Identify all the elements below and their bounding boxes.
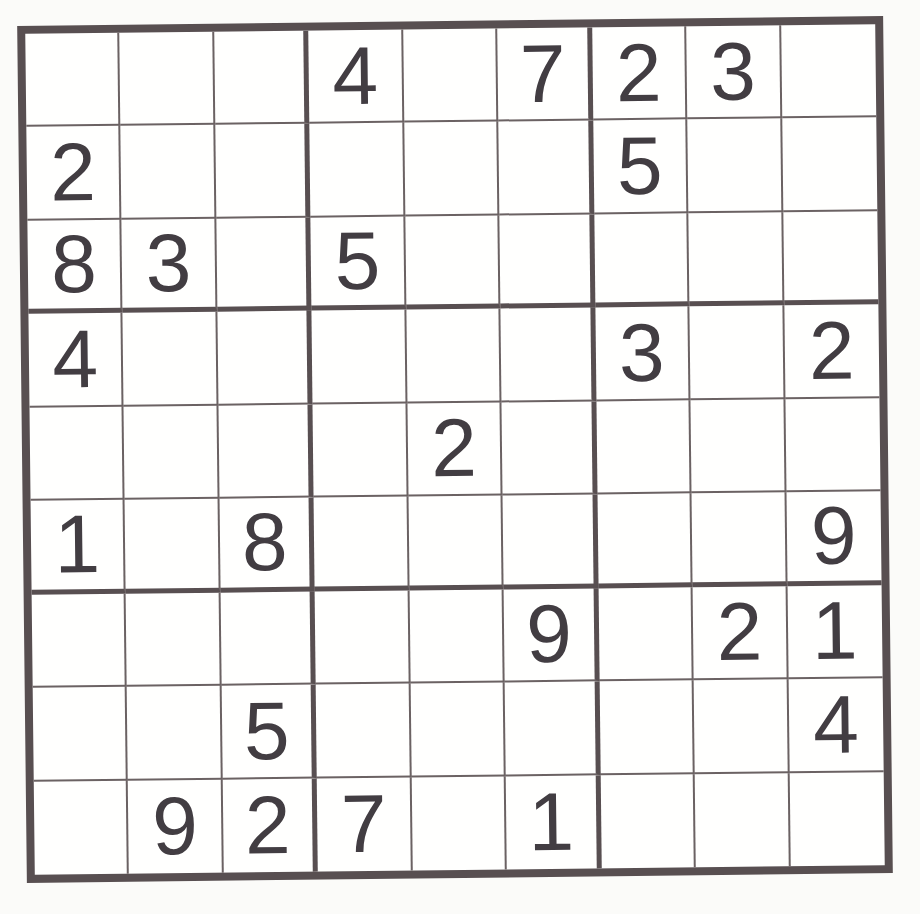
cell-r8c7[interactable]: [599, 680, 695, 775]
cell-r5c4[interactable]: [313, 403, 408, 498]
sudoku-board: 4723258354322189921549271: [17, 16, 893, 883]
cell-r3c9[interactable]: [783, 211, 878, 306]
cell-r2c9[interactable]: [782, 118, 877, 213]
cell-r5c8[interactable]: [691, 399, 786, 494]
cell-r6c9-given[interactable]: 9: [786, 491, 881, 586]
cell-r5c2[interactable]: [124, 405, 219, 500]
cell-r3c8[interactable]: [688, 212, 783, 307]
cell-r9c4-given[interactable]: 7: [317, 777, 412, 872]
cell-r1c3[interactable]: [214, 31, 310, 126]
cell-r2c1-given[interactable]: 2: [26, 126, 121, 221]
cell-r6c8[interactable]: [692, 492, 787, 587]
cell-r7c1[interactable]: [32, 593, 127, 688]
cell-r4c8[interactable]: [690, 306, 785, 401]
cell-r6c3-given[interactable]: 8: [219, 498, 315, 593]
cell-r1c2[interactable]: [120, 32, 215, 127]
cell-r9c9[interactable]: [789, 772, 884, 867]
cell-r5c3[interactable]: [218, 404, 314, 499]
cell-r1c1[interactable]: [25, 33, 120, 128]
cell-r9c3-given[interactable]: 2: [223, 778, 319, 873]
cell-r9c2-given[interactable]: 9: [128, 779, 223, 874]
cell-r7c4[interactable]: [315, 590, 410, 685]
cell-r7c3[interactable]: [220, 591, 316, 686]
cell-r9c8[interactable]: [695, 773, 790, 868]
cell-r4c4[interactable]: [312, 310, 407, 405]
cell-r7c8-given[interactable]: 2: [693, 586, 788, 681]
cell-r5c6[interactable]: [502, 401, 597, 496]
cell-r9c7[interactable]: [600, 774, 696, 869]
cell-r5c7[interactable]: [596, 400, 692, 495]
cell-r8c1[interactable]: [33, 687, 128, 782]
cell-r6c1-given[interactable]: 1: [31, 500, 126, 595]
cell-r4c1-given[interactable]: 4: [28, 313, 123, 408]
sudoku-board-wrap: 4723258354322189921549271: [17, 16, 893, 883]
cell-r6c2[interactable]: [125, 499, 220, 594]
cell-r2c3[interactable]: [215, 124, 311, 219]
cell-r2c2[interactable]: [121, 125, 216, 220]
cell-r9c1[interactable]: [34, 780, 129, 875]
cell-r3c5[interactable]: [405, 215, 501, 310]
cell-r4c5[interactable]: [406, 309, 502, 404]
cell-r8c9-given[interactable]: 4: [788, 678, 883, 773]
cell-r4c6[interactable]: [501, 308, 596, 403]
cell-r6c5[interactable]: [408, 496, 504, 591]
cell-r2c4[interactable]: [310, 123, 405, 218]
cell-r3c7[interactable]: [594, 213, 690, 308]
cell-r1c8-given[interactable]: 3: [686, 25, 781, 120]
cell-r7c5[interactable]: [409, 589, 505, 684]
cell-r8c8[interactable]: [694, 679, 789, 774]
cell-r8c4[interactable]: [316, 684, 411, 779]
cell-r7c9-given[interactable]: 1: [787, 585, 882, 680]
cell-r8c3-given[interactable]: 5: [222, 685, 318, 780]
cell-r9c5[interactable]: [411, 776, 507, 871]
cell-r8c6[interactable]: [505, 681, 600, 776]
cell-r2c8[interactable]: [687, 119, 782, 214]
cell-r9c6-given[interactable]: 1: [506, 775, 601, 870]
cell-r6c4[interactable]: [314, 497, 409, 592]
scanned-sudoku-page: 4723258354322189921549271: [0, 0, 920, 914]
cell-r3c1-given[interactable]: 8: [27, 220, 122, 315]
cell-r7c7[interactable]: [598, 587, 694, 682]
cell-r6c7[interactable]: [597, 494, 693, 589]
cell-r4c2[interactable]: [123, 312, 218, 407]
cell-r2c7-given[interactable]: 5: [593, 120, 689, 215]
cell-r7c2[interactable]: [126, 592, 221, 687]
cell-r1c6-given[interactable]: 7: [497, 27, 592, 122]
cell-r1c9[interactable]: [781, 24, 876, 119]
cell-r5c9[interactable]: [785, 398, 880, 493]
cell-r3c3[interactable]: [216, 217, 312, 312]
cell-r5c5-given[interactable]: 2: [407, 402, 503, 497]
cell-r2c5[interactable]: [404, 122, 500, 217]
cell-r8c2[interactable]: [127, 686, 222, 781]
cell-r6c6[interactable]: [503, 495, 598, 590]
cell-r1c4-given[interactable]: 4: [309, 30, 404, 125]
cell-r7c6-given[interactable]: 9: [504, 588, 599, 683]
cell-r4c3[interactable]: [217, 311, 313, 406]
cell-r4c9-given[interactable]: 2: [784, 305, 879, 400]
cell-r2c6[interactable]: [499, 121, 594, 216]
cell-r4c7-given[interactable]: 3: [595, 307, 691, 402]
cell-r8c5[interactable]: [410, 683, 506, 778]
cell-r3c6[interactable]: [500, 214, 595, 309]
cell-r3c4-given[interactable]: 5: [311, 216, 406, 311]
cell-r1c5[interactable]: [403, 28, 499, 123]
cell-r1c7-given[interactable]: 2: [592, 26, 688, 121]
cell-r5c1[interactable]: [29, 407, 124, 502]
cell-r3c2-given[interactable]: 3: [122, 219, 217, 314]
